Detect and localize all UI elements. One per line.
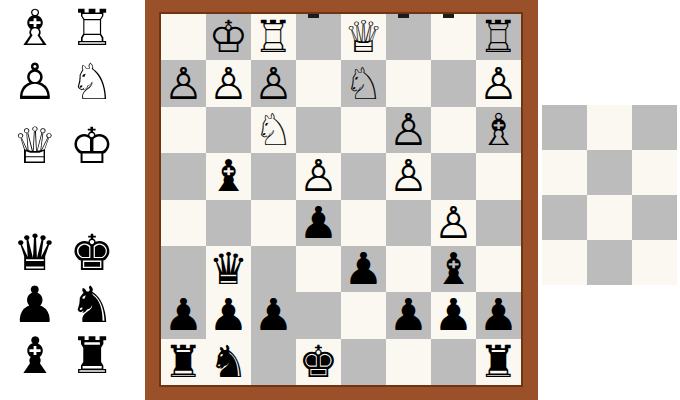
board-square[interactable]	[386, 200, 431, 246]
palette-white-pawn[interactable]: ♙	[7, 56, 63, 108]
piece-bK: ♚	[299, 339, 338, 385]
board-square[interactable]: ♟	[251, 292, 296, 338]
board-square[interactable]	[296, 60, 341, 106]
board-square[interactable]: ♟	[431, 292, 476, 338]
board-square[interactable]	[251, 339, 296, 385]
board-square[interactable]	[431, 14, 476, 60]
board-square[interactable]	[161, 14, 206, 60]
board-square[interactable]	[476, 246, 521, 292]
piece-wN: ♘	[344, 61, 383, 107]
board-square[interactable]: ♕	[341, 14, 386, 60]
board-square[interactable]	[251, 246, 296, 292]
board-square[interactable]	[161, 200, 206, 246]
palette-black-pawn[interactable]: ♟	[7, 279, 63, 331]
fragment-square	[632, 150, 677, 195]
fragment-square	[542, 240, 587, 285]
piece-palette: ♗♖♙♘♕♔♛♚♟♞♝♜	[0, 0, 140, 400]
board-square[interactable]: ♟	[341, 246, 386, 292]
board-square[interactable]	[431, 153, 476, 199]
piece-bR: ♜	[164, 339, 203, 385]
cropped-piece-artifact	[443, 14, 454, 18]
board-square[interactable]	[386, 339, 431, 385]
board-square[interactable]	[476, 153, 521, 199]
piece-wK: ♔	[209, 14, 248, 60]
board-square[interactable]: ♟	[296, 200, 341, 246]
chess-board-frame: ♔♖♕♖♙♙♙♘♙♘♙♗♝♙♙♟♙♛♟♝♟♟♟♟♟♟♜♞♚♜	[145, 0, 538, 400]
piece-bR: ♜	[479, 339, 518, 385]
fragment-square	[587, 150, 632, 195]
palette-white-king[interactable]: ♔	[64, 120, 120, 172]
piece-wB: ♗	[479, 107, 518, 153]
palette-white-bishop[interactable]: ♗	[7, 2, 63, 54]
piece-bP: ♟	[344, 246, 383, 292]
board-square[interactable]	[341, 200, 386, 246]
piece-bP: ♟	[299, 200, 338, 246]
board-square[interactable]: ♙	[431, 200, 476, 246]
board-square[interactable]	[161, 107, 206, 153]
piece-bB: ♝	[434, 246, 473, 292]
fragment-square	[632, 105, 677, 150]
piece-bP: ♟	[209, 292, 248, 338]
piece-wQ: ♕	[344, 14, 383, 60]
piece-wP: ♙	[389, 107, 428, 153]
piece-wP: ♙	[299, 153, 338, 199]
piece-wP: ♙	[434, 200, 473, 246]
palette-black-queen[interactable]: ♛	[7, 227, 63, 279]
board-square[interactable]: ♚	[296, 339, 341, 385]
piece-wN: ♘	[254, 107, 293, 153]
board-square[interactable]	[431, 60, 476, 106]
fragment-square	[587, 240, 632, 285]
fragment-square	[632, 240, 677, 285]
board-square[interactable]: ♘	[341, 60, 386, 106]
board-square[interactable]	[206, 200, 251, 246]
piece-bP: ♟	[434, 292, 473, 338]
board-square[interactable]	[341, 107, 386, 153]
board-square[interactable]	[161, 246, 206, 292]
screen: ♗♖♙♘♕♔♛♚♟♞♝♜ ♔♖♕♖♙♙♙♘♙♘♙♗♝♙♙♟♙♛♟♝♟♟♟♟♟♟♜…	[0, 0, 680, 400]
board-square[interactable]: ♟	[476, 292, 521, 338]
board-square[interactable]: ♟	[386, 292, 431, 338]
board-square[interactable]: ♙	[251, 60, 296, 106]
board-square[interactable]: ♖	[476, 14, 521, 60]
board-square[interactable]: ♘	[251, 107, 296, 153]
palette-white-rook[interactable]: ♖	[64, 2, 120, 54]
piece-bP: ♟	[479, 292, 518, 338]
fragment-square	[542, 105, 587, 150]
board-square[interactable]: ♜	[161, 339, 206, 385]
board-square[interactable]	[161, 153, 206, 199]
chess-board: ♔♖♕♖♙♙♙♘♙♘♙♗♝♙♙♟♙♛♟♝♟♟♟♟♟♟♜♞♚♜	[159, 12, 523, 387]
piece-wP: ♙	[254, 61, 293, 107]
board-square[interactable]	[341, 339, 386, 385]
board-square[interactable]: ♙	[386, 153, 431, 199]
piece-bN: ♞	[209, 339, 248, 385]
board-square[interactable]: ♔	[206, 14, 251, 60]
piece-wP: ♙	[164, 61, 203, 107]
board-square[interactable]: ♜	[476, 339, 521, 385]
board-square[interactable]: ♝	[431, 246, 476, 292]
piece-wP: ♙	[389, 153, 428, 199]
board-square[interactable]	[251, 200, 296, 246]
piece-wP: ♙	[209, 61, 248, 107]
board-square[interactable]	[341, 153, 386, 199]
piece-bP: ♟	[254, 292, 293, 338]
palette-black-king[interactable]: ♚	[64, 227, 120, 279]
palette-white-knight[interactable]: ♘	[64, 56, 120, 108]
board-square[interactable]	[251, 153, 296, 199]
board-square[interactable]	[296, 14, 341, 60]
board-square[interactable]	[386, 60, 431, 106]
board-square[interactable]: ♙	[476, 60, 521, 106]
empty-board-fragment	[542, 105, 677, 285]
palette-white-queen[interactable]: ♕	[7, 120, 63, 172]
board-square[interactable]: ♙	[206, 60, 251, 106]
board-square[interactable]	[431, 339, 476, 385]
piece-bQ: ♛	[209, 246, 248, 292]
piece-bB: ♝	[209, 153, 248, 199]
fragment-square	[542, 195, 587, 240]
board-square[interactable]: ♟	[206, 292, 251, 338]
board-square[interactable]	[296, 246, 341, 292]
cropped-piece-artifact	[398, 14, 409, 18]
cropped-piece-artifact	[308, 14, 319, 18]
palette-black-bishop[interactable]: ♝	[7, 330, 63, 382]
board-square[interactable]: ♙	[296, 153, 341, 199]
piece-wP: ♙	[479, 61, 518, 107]
fragment-square	[542, 150, 587, 195]
palette-black-knight[interactable]: ♞	[64, 279, 120, 331]
board-square[interactable]	[296, 107, 341, 153]
board-square[interactable]: ♛	[206, 246, 251, 292]
board-square[interactable]	[476, 200, 521, 246]
board-square[interactable]: ♗	[476, 107, 521, 153]
palette-black-rook[interactable]: ♜	[64, 330, 120, 382]
fragment-square	[587, 195, 632, 240]
board-square[interactable]	[386, 14, 431, 60]
board-square[interactable]: ♖	[251, 14, 296, 60]
board-square[interactable]	[431, 107, 476, 153]
board-square[interactable]: ♟	[161, 292, 206, 338]
board-square[interactable]: ♞	[206, 339, 251, 385]
board-square[interactable]	[341, 292, 386, 338]
board-square[interactable]	[296, 292, 341, 338]
fragment-square	[632, 195, 677, 240]
board-square[interactable]: ♙	[161, 60, 206, 106]
piece-bP: ♟	[389, 292, 428, 338]
piece-bP: ♟	[164, 292, 203, 338]
board-square[interactable]: ♝	[206, 153, 251, 199]
piece-wR: ♖	[479, 14, 518, 60]
board-square[interactable]	[386, 246, 431, 292]
piece-wR: ♖	[254, 14, 293, 60]
board-square[interactable]: ♙	[386, 107, 431, 153]
board-square[interactable]	[206, 107, 251, 153]
fragment-square	[587, 105, 632, 150]
